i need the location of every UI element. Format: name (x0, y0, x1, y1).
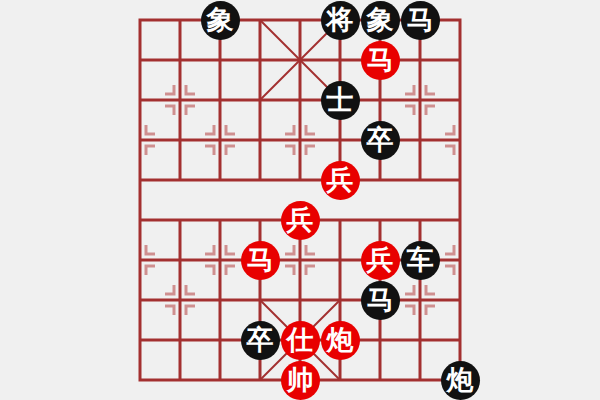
red-cannon-glyph: 炮 (327, 327, 354, 354)
red-horse-glyph: 马 (247, 247, 274, 274)
red-soldier-glyph: 兵 (287, 207, 314, 234)
black-elephant-glyph: 象 (207, 7, 234, 34)
board-point: 将 (320, 0, 360, 40)
black-advisor[interactable]: 士 (321, 81, 360, 120)
black-soldier[interactable]: 卒 (361, 121, 400, 160)
red-horse-glyph: 马 (367, 47, 394, 74)
black-cannon-glyph: 炮 (447, 367, 474, 394)
red-general[interactable]: 帅 (281, 361, 320, 400)
red-advisor[interactable]: 仕 (281, 321, 320, 360)
board-point: 马 (360, 280, 400, 320)
xiangqi-board: 象将象马马士卒兵兵马兵车马卒仕炮帅炮 (0, 0, 600, 400)
black-cannon[interactable]: 炮 (441, 361, 480, 400)
board-point: 车 (400, 240, 440, 280)
red-advisor-glyph: 仕 (287, 327, 314, 354)
black-horse-glyph: 马 (367, 287, 394, 314)
black-advisor-glyph: 士 (327, 87, 354, 114)
red-horse[interactable]: 马 (241, 241, 280, 280)
black-elephant[interactable]: 象 (361, 1, 400, 40)
red-soldier-glyph: 兵 (327, 167, 354, 194)
board-point: 象 (200, 0, 240, 40)
red-horse[interactable]: 马 (361, 41, 400, 80)
red-soldier-glyph: 兵 (367, 247, 394, 274)
black-elephant-glyph: 象 (367, 7, 394, 34)
black-general-glyph: 将 (327, 7, 354, 34)
black-soldier[interactable]: 卒 (241, 321, 280, 360)
black-chariot[interactable]: 车 (401, 241, 440, 280)
red-soldier[interactable]: 兵 (321, 161, 360, 200)
black-soldier-glyph: 卒 (367, 127, 394, 154)
board-point: 兵 (280, 200, 320, 240)
black-chariot-glyph: 车 (407, 247, 434, 274)
board-point: 兵 (360, 240, 400, 280)
red-soldier[interactable]: 兵 (361, 241, 400, 280)
red-general-glyph: 帅 (287, 367, 314, 394)
red-cannon[interactable]: 炮 (321, 321, 360, 360)
board-point: 象 (360, 0, 400, 40)
board-point: 马 (360, 40, 400, 80)
board-point: 马 (240, 240, 280, 280)
board-point: 卒 (360, 120, 400, 160)
black-general[interactable]: 将 (321, 1, 360, 40)
board-point: 炮 (440, 360, 480, 400)
red-soldier[interactable]: 兵 (281, 201, 320, 240)
board-point: 帅 (280, 360, 320, 400)
board-point: 炮 (320, 320, 360, 360)
black-soldier-glyph: 卒 (247, 327, 274, 354)
board-point: 兵 (320, 160, 360, 200)
black-horse[interactable]: 马 (401, 1, 440, 40)
black-horse-glyph: 马 (407, 7, 434, 34)
black-horse[interactable]: 马 (361, 281, 400, 320)
board-point: 卒 (240, 320, 280, 360)
black-elephant[interactable]: 象 (201, 1, 240, 40)
board-point: 士 (320, 80, 360, 120)
board-point: 仕 (280, 320, 320, 360)
pieces-grid: 象将象马马士卒兵兵马兵车马卒仕炮帅炮 (120, 0, 480, 400)
board-point: 马 (400, 0, 440, 40)
